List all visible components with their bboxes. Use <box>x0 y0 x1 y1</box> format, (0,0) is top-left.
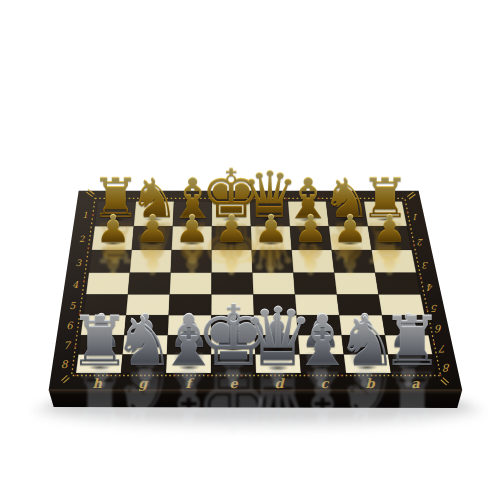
piece-gold-pawn-h2[interactable]: ♟ <box>94 210 133 249</box>
piece-gold-pawn-b2[interactable]: ♟ <box>331 210 370 249</box>
chess-set-photo: hgfedcba1122334455667788 ♜♜♞♞♝♝♚♚♛♛♝♝♞♞♜… <box>0 0 500 500</box>
piece-gold-pawn-f2[interactable]: ♟ <box>173 210 212 249</box>
piece-gold-pawn-c2[interactable]: ♟ <box>291 210 330 249</box>
piece-gold-pawn-g2[interactable]: ♟ <box>133 210 172 249</box>
piece-gold-pawn-d2[interactable]: ♟ <box>252 210 291 249</box>
pieces-layer: ♜♜♞♞♝♝♚♚♛♛♝♝♞♞♜♜♟♟♟♟♟♟♟♟♟♟♟♟♟♟♟♟♟♟♟♟♟♟♟♟… <box>0 0 500 500</box>
piece-gold-pawn-a2[interactable]: ♟ <box>370 210 409 249</box>
piece-silver-rook-a8[interactable]: ♜ <box>377 307 446 376</box>
piece-gold-pawn-e2[interactable]: ♟ <box>212 210 251 249</box>
